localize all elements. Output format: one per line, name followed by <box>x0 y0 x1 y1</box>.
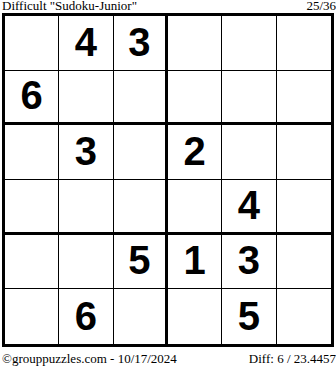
digit: 5 <box>128 240 150 280</box>
cell-r2c6[interactable] <box>277 71 331 126</box>
cell-r5c2[interactable] <box>59 235 113 290</box>
cell-r1c4[interactable] <box>168 16 222 71</box>
digit: 2 <box>184 131 206 171</box>
cell-r3c6[interactable] <box>277 125 331 180</box>
cell-r1c5[interactable] <box>222 16 276 71</box>
cell-r4c3[interactable] <box>114 180 168 235</box>
cell-r1c1[interactable] <box>5 16 59 71</box>
digit: 4 <box>238 185 260 225</box>
cell-r5c4[interactable]: 1 <box>168 235 222 290</box>
cell-r4c5[interactable]: 4 <box>222 180 276 235</box>
cell-r6c6[interactable] <box>277 289 331 344</box>
cell-r1c2[interactable]: 4 <box>59 16 113 71</box>
cell-r3c2[interactable]: 3 <box>59 125 113 180</box>
cell-r5c3[interactable]: 5 <box>114 235 168 290</box>
digit: 5 <box>238 296 260 336</box>
footer: ©grouppuzzles.com - 10/17/2024 Diff: 6 /… <box>2 352 336 366</box>
copyright-text: ©grouppuzzles.com - 10/17/2024 <box>2 352 177 366</box>
cell-r4c6[interactable] <box>277 180 331 235</box>
sudoku-board: 43632451365 <box>2 13 334 347</box>
cell-r4c1[interactable] <box>5 180 59 235</box>
cell-r2c2[interactable] <box>59 71 113 126</box>
cell-r3c5[interactable] <box>222 125 276 180</box>
digit: 3 <box>128 22 150 62</box>
cell-r5c6[interactable] <box>277 235 331 290</box>
cell-r6c1[interactable] <box>5 289 59 344</box>
cell-r2c4[interactable] <box>168 71 222 126</box>
cell-r1c3[interactable]: 3 <box>114 16 168 71</box>
digit: 3 <box>238 240 260 280</box>
cell-counter: 25/36 <box>306 0 336 13</box>
digit: 3 <box>75 131 97 171</box>
cell-r5c1[interactable] <box>5 235 59 290</box>
cell-r3c1[interactable] <box>5 125 59 180</box>
puzzle-title: Difficult "Sudoku-Junior" <box>2 0 137 13</box>
digit: 6 <box>75 296 97 336</box>
header: Difficult "Sudoku-Junior" 25/36 <box>2 0 336 13</box>
cell-r6c4[interactable] <box>168 289 222 344</box>
digit: 6 <box>21 75 43 115</box>
difficulty-text: Diff: 6 / 23.4457 <box>249 352 336 366</box>
cell-r2c3[interactable] <box>114 71 168 126</box>
cell-r6c3[interactable] <box>114 289 168 344</box>
cell-r5c5[interactable]: 3 <box>222 235 276 290</box>
cell-r3c3[interactable] <box>114 125 168 180</box>
digit: 1 <box>184 240 206 280</box>
page: Difficult "Sudoku-Junior" 25/36 43632451… <box>0 0 336 370</box>
cell-r6c5[interactable]: 5 <box>222 289 276 344</box>
cell-r2c1[interactable]: 6 <box>5 71 59 126</box>
cell-r6c2[interactable]: 6 <box>59 289 113 344</box>
cell-r4c4[interactable] <box>168 180 222 235</box>
cell-r1c6[interactable] <box>277 16 331 71</box>
digit: 4 <box>75 22 97 62</box>
cell-r3c4[interactable]: 2 <box>168 125 222 180</box>
cell-r2c5[interactable] <box>222 71 276 126</box>
cell-r4c2[interactable] <box>59 180 113 235</box>
